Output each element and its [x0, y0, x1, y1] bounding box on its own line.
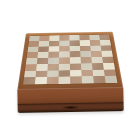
finger-notch [63, 106, 79, 109]
square-g1[interactable] [93, 76, 105, 83]
board-lid-top [17, 32, 123, 90]
square-c1[interactable] [47, 77, 59, 84]
square-a1[interactable] [23, 77, 35, 84]
square-e1[interactable] [70, 76, 82, 83]
chess-box [0, 0, 140, 140]
square-f1[interactable] [82, 76, 94, 83]
square-h1[interactable] [105, 76, 118, 83]
chess-board [23, 35, 117, 85]
box-front-face [17, 87, 123, 113]
square-b1[interactable] [35, 77, 47, 84]
photo-backdrop [0, 0, 140, 140]
square-d1[interactable] [58, 77, 70, 84]
